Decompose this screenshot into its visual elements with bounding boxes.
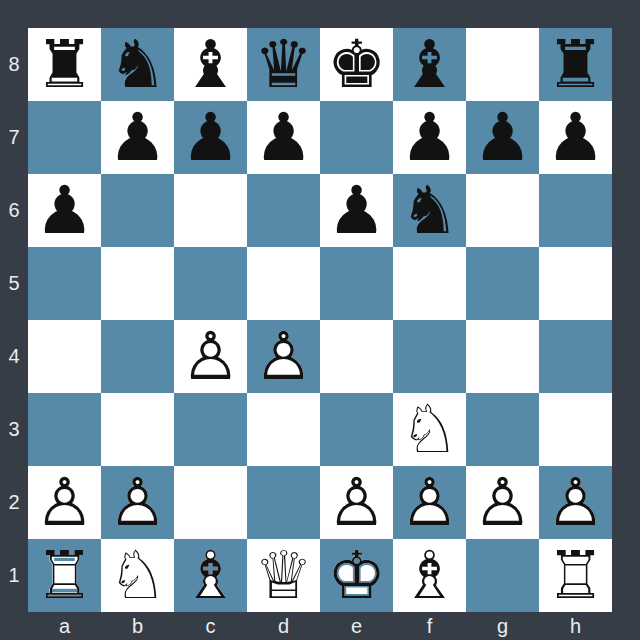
file-label-c: c	[174, 612, 247, 640]
white-pawn-icon: ♙	[393, 466, 466, 539]
square-b6[interactable]	[101, 174, 174, 247]
square-a4[interactable]	[28, 320, 101, 393]
file-label-e: e	[320, 612, 393, 640]
square-b3[interactable]	[101, 393, 174, 466]
white-pawn-fill: ♟	[101, 466, 174, 539]
square-e4[interactable]	[320, 320, 393, 393]
rank-label-7: 7	[0, 101, 28, 174]
square-h3[interactable]	[539, 393, 612, 466]
square-b2[interactable]: ♟♙	[101, 466, 174, 539]
black-queen-icon: ♛	[254, 28, 313, 101]
rank-label-1: 1	[0, 539, 28, 612]
file-label-g: g	[466, 612, 539, 640]
black-pawn-icon: ♟	[181, 101, 240, 174]
white-pawn: ♟♙	[539, 466, 612, 539]
white-rook-icon: ♖	[28, 539, 101, 612]
white-queen-icon: ♕	[247, 539, 320, 612]
white-pawn-icon: ♙	[174, 320, 247, 393]
white-pawn: ♟♙	[174, 320, 247, 393]
white-pawn-fill: ♟	[174, 320, 247, 393]
square-h8[interactable]: ♜	[539, 28, 612, 101]
square-f3[interactable]: ♞♘	[393, 393, 466, 466]
white-pawn: ♟♙	[247, 320, 320, 393]
square-g1[interactable]	[466, 539, 539, 612]
square-a7[interactable]	[28, 101, 101, 174]
square-g2[interactable]: ♟♙	[466, 466, 539, 539]
black-pawn-icon: ♟	[327, 174, 386, 247]
square-h1[interactable]: ♜♖	[539, 539, 612, 612]
white-knight-fill: ♞	[393, 393, 466, 466]
square-b8[interactable]: ♞	[101, 28, 174, 101]
square-b7[interactable]: ♟	[101, 101, 174, 174]
white-bishop: ♝♗	[174, 539, 247, 612]
square-c4[interactable]: ♟♙	[174, 320, 247, 393]
white-pawn-icon: ♙	[247, 320, 320, 393]
square-d7[interactable]: ♟	[247, 101, 320, 174]
square-g6[interactable]	[466, 174, 539, 247]
square-d6[interactable]	[247, 174, 320, 247]
square-b5[interactable]	[101, 247, 174, 320]
white-king: ♚♔	[320, 539, 393, 612]
square-g4[interactable]	[466, 320, 539, 393]
square-c3[interactable]	[174, 393, 247, 466]
white-rook-icon: ♖	[539, 539, 612, 612]
square-a2[interactable]: ♟♙	[28, 466, 101, 539]
square-b1[interactable]: ♞♘	[101, 539, 174, 612]
square-c8[interactable]: ♝	[174, 28, 247, 101]
square-a5[interactable]	[28, 247, 101, 320]
white-pawn-fill: ♟	[393, 466, 466, 539]
white-pawn-icon: ♙	[466, 466, 539, 539]
square-d1[interactable]: ♛♕	[247, 539, 320, 612]
white-king-fill: ♚	[320, 539, 393, 612]
white-pawn: ♟♙	[393, 466, 466, 539]
white-bishop: ♝♗	[393, 539, 466, 612]
square-h7[interactable]: ♟	[539, 101, 612, 174]
white-king-icon: ♔	[320, 539, 393, 612]
square-a1[interactable]: ♜♖	[28, 539, 101, 612]
white-pawn-icon: ♙	[539, 466, 612, 539]
square-f7[interactable]: ♟	[393, 101, 466, 174]
black-pawn-icon: ♟	[400, 101, 459, 174]
white-bishop-icon: ♗	[174, 539, 247, 612]
file-labels: abcdefgh	[28, 612, 612, 640]
white-pawn-fill: ♟	[247, 320, 320, 393]
rank-label-2: 2	[0, 466, 28, 539]
white-knight-icon: ♘	[393, 393, 466, 466]
white-pawn-fill: ♟	[539, 466, 612, 539]
white-pawn-fill: ♟	[28, 466, 101, 539]
square-c2[interactable]	[174, 466, 247, 539]
square-h2[interactable]: ♟♙	[539, 466, 612, 539]
square-a8[interactable]: ♜	[28, 28, 101, 101]
white-knight: ♞♘	[101, 539, 174, 612]
black-pawn-icon: ♟	[108, 101, 167, 174]
white-pawn-fill: ♟	[466, 466, 539, 539]
square-e1[interactable]: ♚♔	[320, 539, 393, 612]
black-pawn-icon: ♟	[35, 174, 94, 247]
square-f2[interactable]: ♟♙	[393, 466, 466, 539]
white-rook-fill: ♜	[28, 539, 101, 612]
rank-label-5: 5	[0, 247, 28, 320]
black-knight-icon: ♞	[400, 174, 459, 247]
white-queen: ♛♕	[247, 539, 320, 612]
square-g7[interactable]: ♟	[466, 101, 539, 174]
file-label-h: h	[539, 612, 612, 640]
rank-labels: 87654321	[0, 28, 28, 612]
square-d3[interactable]	[247, 393, 320, 466]
square-f4[interactable]	[393, 320, 466, 393]
white-pawn: ♟♙	[28, 466, 101, 539]
rank-label-4: 4	[0, 320, 28, 393]
white-pawn-icon: ♙	[101, 466, 174, 539]
square-d4[interactable]: ♟♙	[247, 320, 320, 393]
white-knight-icon: ♘	[101, 539, 174, 612]
square-c1[interactable]: ♝♗	[174, 539, 247, 612]
file-label-a: a	[28, 612, 101, 640]
black-knight-icon: ♞	[108, 28, 167, 101]
rank-label-6: 6	[0, 174, 28, 247]
square-f1[interactable]: ♝♗	[393, 539, 466, 612]
square-f8[interactable]: ♝	[393, 28, 466, 101]
file-label-f: f	[393, 612, 466, 640]
black-bishop-icon: ♝	[400, 28, 459, 101]
chess-board: ♜♞♝♛♚♝♜♟♟♟♟♟♟♟♟♞♟♙♟♙♞♘♟♙♟♙♟♙♟♙♟♙♟♙♜♖♞♘♝♗…	[28, 28, 612, 612]
white-rook: ♜♖	[28, 539, 101, 612]
square-c7[interactable]: ♟	[174, 101, 247, 174]
chessboard-stage: 87654321 ♜♞♝♛♚♝♜♟♟♟♟♟♟♟♟♞♟♙♟♙♞♘♟♙♟♙♟♙♟♙♟…	[0, 0, 640, 640]
square-g3[interactable]	[466, 393, 539, 466]
white-pawn-fill: ♟	[320, 466, 393, 539]
white-rook: ♜♖	[539, 539, 612, 612]
black-rook-icon: ♜	[546, 28, 605, 101]
white-rook-fill: ♜	[539, 539, 612, 612]
black-bishop-icon: ♝	[181, 28, 240, 101]
file-label-b: b	[101, 612, 174, 640]
square-c6[interactable]	[174, 174, 247, 247]
square-e3[interactable]	[320, 393, 393, 466]
square-e2[interactable]: ♟♙	[320, 466, 393, 539]
square-h6[interactable]	[539, 174, 612, 247]
black-pawn-icon: ♟	[254, 101, 313, 174]
white-pawn: ♟♙	[320, 466, 393, 539]
black-rook-icon: ♜	[35, 28, 94, 101]
square-e5[interactable]	[320, 247, 393, 320]
white-queen-fill: ♛	[247, 539, 320, 612]
square-h5[interactable]	[539, 247, 612, 320]
white-pawn-icon: ♙	[320, 466, 393, 539]
square-e6[interactable]: ♟	[320, 174, 393, 247]
white-bishop-fill: ♝	[174, 539, 247, 612]
white-pawn-icon: ♙	[28, 466, 101, 539]
white-knight: ♞♘	[393, 393, 466, 466]
square-c5[interactable]	[174, 247, 247, 320]
square-d5[interactable]	[247, 247, 320, 320]
square-b4[interactable]	[101, 320, 174, 393]
square-a3[interactable]	[28, 393, 101, 466]
white-knight-fill: ♞	[101, 539, 174, 612]
square-g5[interactable]	[466, 247, 539, 320]
square-d2[interactable]	[247, 466, 320, 539]
square-f6[interactable]: ♞	[393, 174, 466, 247]
black-pawn-icon: ♟	[473, 101, 532, 174]
square-a6[interactable]: ♟	[28, 174, 101, 247]
white-pawn: ♟♙	[101, 466, 174, 539]
white-bishop-fill: ♝	[393, 539, 466, 612]
black-pawn-icon: ♟	[546, 101, 605, 174]
white-bishop-icon: ♗	[393, 539, 466, 612]
file-label-d: d	[247, 612, 320, 640]
white-pawn: ♟♙	[466, 466, 539, 539]
square-h4[interactable]	[539, 320, 612, 393]
square-d8[interactable]: ♛	[247, 28, 320, 101]
rank-label-3: 3	[0, 393, 28, 466]
square-e7[interactable]	[320, 101, 393, 174]
black-king-icon: ♚	[327, 28, 386, 101]
rank-label-8: 8	[0, 28, 28, 101]
square-e8[interactable]: ♚	[320, 28, 393, 101]
square-f5[interactable]	[393, 247, 466, 320]
square-g8[interactable]	[466, 28, 539, 101]
